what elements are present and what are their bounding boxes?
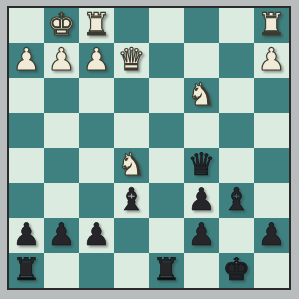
square-g7[interactable]: ♟ [44, 218, 79, 253]
square-h1[interactable] [9, 8, 44, 43]
chess-board: ♚♜♜♟♟♟♛♟♞♞♛♝♟♝♟♟♟♟♟♜♜♚ [7, 6, 291, 290]
square-e6[interactable]: ♝ [114, 183, 149, 218]
square-e5[interactable]: ♞ [114, 148, 149, 183]
white-pawn-piece-a2[interactable]: ♟ [258, 44, 286, 75]
square-b7[interactable] [219, 218, 254, 253]
white-knight-piece-c3[interactable]: ♞ [188, 79, 216, 110]
square-a8[interactable] [254, 253, 289, 288]
square-c8[interactable] [184, 253, 219, 288]
black-king-piece-b8[interactable]: ♚ [223, 254, 251, 285]
square-a3[interactable] [254, 78, 289, 113]
square-c5[interactable]: ♛ [184, 148, 219, 183]
white-knight-piece-e5[interactable]: ♞ [118, 149, 146, 180]
square-f7[interactable]: ♟ [79, 218, 114, 253]
square-h6[interactable] [9, 183, 44, 218]
square-b2[interactable] [219, 43, 254, 78]
square-h4[interactable] [9, 113, 44, 148]
square-g1[interactable]: ♚ [44, 8, 79, 43]
black-pawn-piece-g7[interactable]: ♟ [48, 219, 76, 250]
square-c6[interactable]: ♟ [184, 183, 219, 218]
square-h5[interactable] [9, 148, 44, 183]
square-d3[interactable] [149, 78, 184, 113]
square-a6[interactable] [254, 183, 289, 218]
square-e8[interactable] [114, 253, 149, 288]
black-pawn-piece-a7[interactable]: ♟ [258, 219, 286, 250]
square-g8[interactable] [44, 253, 79, 288]
white-queen-piece-e2[interactable]: ♛ [118, 44, 146, 75]
square-e7[interactable] [114, 218, 149, 253]
square-c1[interactable] [184, 8, 219, 43]
square-d5[interactable] [149, 148, 184, 183]
black-bishop-piece-b6[interactable]: ♝ [223, 184, 251, 215]
board-frame: ♚♜♜♟♟♟♛♟♞♞♛♝♟♝♟♟♟♟♟♜♜♚ [0, 0, 299, 299]
square-f8[interactable] [79, 253, 114, 288]
square-b6[interactable]: ♝ [219, 183, 254, 218]
white-pawn-piece-g2[interactable]: ♟ [48, 44, 76, 75]
square-h3[interactable] [9, 78, 44, 113]
black-rook-piece-d8[interactable]: ♜ [153, 254, 181, 285]
white-rook-piece-f1[interactable]: ♜ [83, 9, 111, 40]
square-c4[interactable] [184, 113, 219, 148]
square-g3[interactable] [44, 78, 79, 113]
square-a7[interactable]: ♟ [254, 218, 289, 253]
white-rook-piece-a1[interactable]: ♜ [258, 9, 286, 40]
square-e2[interactable]: ♛ [114, 43, 149, 78]
square-f3[interactable] [79, 78, 114, 113]
square-g6[interactable] [44, 183, 79, 218]
square-h2[interactable]: ♟ [9, 43, 44, 78]
white-king-piece-g1[interactable]: ♚ [48, 9, 76, 40]
square-d8[interactable]: ♜ [149, 253, 184, 288]
square-e3[interactable] [114, 78, 149, 113]
square-d2[interactable] [149, 43, 184, 78]
square-h7[interactable]: ♟ [9, 218, 44, 253]
black-pawn-piece-c6[interactable]: ♟ [188, 184, 216, 215]
square-a2[interactable]: ♟ [254, 43, 289, 78]
square-e4[interactable] [114, 113, 149, 148]
square-g5[interactable] [44, 148, 79, 183]
square-d1[interactable] [149, 8, 184, 43]
black-bishop-piece-e6[interactable]: ♝ [118, 184, 146, 215]
square-a1[interactable]: ♜ [254, 8, 289, 43]
square-d4[interactable] [149, 113, 184, 148]
black-pawn-piece-h7[interactable]: ♟ [13, 219, 41, 250]
square-b8[interactable]: ♚ [219, 253, 254, 288]
square-f2[interactable]: ♟ [79, 43, 114, 78]
square-a4[interactable] [254, 113, 289, 148]
square-b4[interactable] [219, 113, 254, 148]
white-pawn-piece-h2[interactable]: ♟ [13, 44, 41, 75]
square-c2[interactable] [184, 43, 219, 78]
square-g4[interactable] [44, 113, 79, 148]
black-queen-piece-c5[interactable]: ♛ [188, 149, 216, 180]
square-f6[interactable] [79, 183, 114, 218]
square-d7[interactable] [149, 218, 184, 253]
square-b1[interactable] [219, 8, 254, 43]
square-c7[interactable]: ♟ [184, 218, 219, 253]
square-c3[interactable]: ♞ [184, 78, 219, 113]
square-e1[interactable] [114, 8, 149, 43]
square-f1[interactable]: ♜ [79, 8, 114, 43]
black-pawn-piece-f7[interactable]: ♟ [83, 219, 111, 250]
square-g2[interactable]: ♟ [44, 43, 79, 78]
square-f4[interactable] [79, 113, 114, 148]
white-pawn-piece-f2[interactable]: ♟ [83, 44, 111, 75]
square-b5[interactable] [219, 148, 254, 183]
black-pawn-piece-c7[interactable]: ♟ [188, 219, 216, 250]
square-b3[interactable] [219, 78, 254, 113]
black-rook-piece-h8[interactable]: ♜ [13, 254, 41, 285]
square-d6[interactable] [149, 183, 184, 218]
square-a5[interactable] [254, 148, 289, 183]
square-f5[interactable] [79, 148, 114, 183]
square-h8[interactable]: ♜ [9, 253, 44, 288]
